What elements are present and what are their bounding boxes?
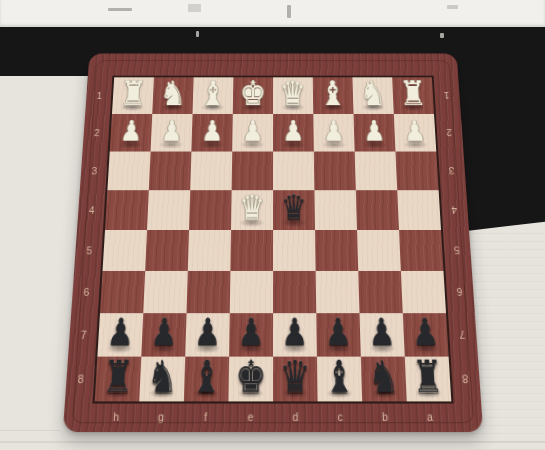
file-label-a: a bbox=[406, 407, 452, 428]
rank-label-6: 6 bbox=[449, 271, 469, 313]
square-f1: ♝ bbox=[192, 77, 233, 114]
square-a8: ♜ bbox=[404, 357, 451, 402]
square-g1: ♞ bbox=[152, 77, 193, 114]
file-label-d: d bbox=[273, 407, 318, 428]
rank-label-4: 4 bbox=[82, 190, 101, 230]
square-c5 bbox=[315, 230, 358, 271]
piece-white-pawn-c2: ♟ bbox=[322, 116, 344, 144]
square-b1: ♞ bbox=[352, 77, 393, 114]
rank-label-3: 3 bbox=[84, 152, 103, 191]
square-e3 bbox=[231, 152, 272, 191]
piece-black-queen-d8: ♛ bbox=[279, 354, 310, 398]
square-g6 bbox=[143, 271, 188, 313]
square-f4 bbox=[189, 190, 232, 230]
rank-label-8: 8 bbox=[454, 357, 475, 402]
square-e5 bbox=[230, 230, 273, 271]
square-f3 bbox=[190, 152, 232, 191]
piece-black-king-e8: ♚ bbox=[235, 354, 266, 398]
piece-black-knight-b8: ♞ bbox=[367, 354, 400, 398]
square-g8: ♞ bbox=[139, 357, 185, 402]
piece-white-rook-a1: ♜ bbox=[398, 76, 426, 110]
square-e2: ♟ bbox=[232, 114, 273, 152]
rank-label-1: 1 bbox=[437, 77, 456, 114]
file-label-c: c bbox=[317, 407, 362, 428]
square-h2: ♟ bbox=[109, 114, 152, 152]
piece-black-pawn-g7: ♟ bbox=[149, 313, 177, 351]
file-labels-bottom: hgfedcba bbox=[93, 407, 453, 428]
square-d5 bbox=[273, 230, 316, 271]
square-b2: ♟ bbox=[353, 114, 395, 152]
square-g3 bbox=[148, 152, 191, 191]
rank-label-4: 4 bbox=[444, 190, 463, 230]
rank-label-1: 1 bbox=[89, 77, 108, 114]
square-e1: ♚ bbox=[232, 77, 272, 114]
piece-black-pawn-e7: ♟ bbox=[237, 313, 264, 351]
chess-board: ♜♞♝♚♛♝♞♜♟♟♟♟♟♟♟♟♛♛♟♟♟♟♟♟♟♟♜♞♝♚♛♝♞♜ 12345… bbox=[0, 0, 545, 450]
square-g4 bbox=[147, 190, 190, 230]
square-c1: ♝ bbox=[312, 77, 353, 114]
piece-white-pawn-b2: ♟ bbox=[362, 116, 385, 144]
piece-black-rook-h8: ♜ bbox=[101, 354, 134, 398]
square-b4 bbox=[355, 190, 398, 230]
square-a2: ♟ bbox=[393, 114, 436, 152]
piece-white-pawn-d2: ♟ bbox=[282, 116, 304, 144]
photo-scene: ♜♞♝♚♛♝♞♜♟♟♟♟♟♟♟♟♛♛♟♟♟♟♟♟♟♟♜♞♝♚♛♝♞♜ 12345… bbox=[0, 0, 545, 450]
piece-black-pawn-d7: ♟ bbox=[281, 313, 308, 351]
piece-white-knight-b1: ♞ bbox=[359, 76, 387, 110]
square-b5 bbox=[357, 230, 401, 271]
piece-white-rook-h1: ♜ bbox=[118, 76, 146, 110]
rank-label-5: 5 bbox=[447, 230, 467, 271]
square-d8: ♛ bbox=[273, 357, 318, 402]
square-d2: ♟ bbox=[273, 114, 314, 152]
square-c2: ♟ bbox=[313, 114, 354, 152]
square-d4: ♛ bbox=[273, 190, 315, 230]
piece-black-bishop-c8: ♝ bbox=[323, 354, 355, 398]
square-a3 bbox=[395, 152, 438, 191]
square-g5 bbox=[145, 230, 189, 271]
piece-white-queen-d1: ♛ bbox=[279, 76, 306, 110]
file-label-b: b bbox=[362, 407, 408, 428]
piece-white-pawn-h2: ♟ bbox=[119, 116, 142, 144]
piece-white-bishop-f1: ♝ bbox=[199, 76, 226, 110]
square-a1: ♜ bbox=[392, 77, 434, 114]
piece-black-pawn-c7: ♟ bbox=[324, 313, 352, 351]
piece-white-pawn-g2: ♟ bbox=[160, 116, 183, 144]
square-b3 bbox=[354, 152, 397, 191]
square-e6 bbox=[229, 271, 272, 313]
rank-label-2: 2 bbox=[87, 114, 106, 152]
rank-label-5: 5 bbox=[79, 230, 99, 271]
piece-black-pawn-f7: ♟ bbox=[193, 313, 221, 351]
rank-label-8: 8 bbox=[70, 357, 91, 402]
piece-white-pawn-a2: ♟ bbox=[403, 116, 426, 144]
square-e4: ♛ bbox=[231, 190, 273, 230]
square-a5 bbox=[399, 230, 443, 271]
file-label-h: h bbox=[93, 407, 139, 428]
square-f6 bbox=[186, 271, 230, 313]
square-g2: ♟ bbox=[150, 114, 192, 152]
square-f2: ♟ bbox=[191, 114, 232, 152]
square-f5 bbox=[187, 230, 230, 271]
piece-black-bishop-f8: ♝ bbox=[190, 354, 222, 398]
square-d6 bbox=[273, 271, 316, 313]
square-a4 bbox=[397, 190, 441, 230]
square-e8: ♚ bbox=[228, 357, 273, 402]
square-h5 bbox=[102, 230, 146, 271]
piece-black-queen-d4: ♛ bbox=[280, 190, 306, 225]
board-frame: ♜♞♝♚♛♝♞♜♟♟♟♟♟♟♟♟♛♛♟♟♟♟♟♟♟♟♜♞♝♚♛♝♞♜ 12345… bbox=[62, 54, 482, 433]
square-c3 bbox=[313, 152, 355, 191]
square-h6 bbox=[99, 271, 144, 313]
square-b6 bbox=[358, 271, 403, 313]
square-c8: ♝ bbox=[316, 357, 361, 402]
square-b8: ♞ bbox=[360, 357, 406, 402]
square-c6 bbox=[315, 271, 359, 313]
piece-black-pawn-a7: ♟ bbox=[411, 313, 440, 351]
rank-label-7: 7 bbox=[452, 313, 472, 356]
piece-black-pawn-h7: ♟ bbox=[106, 313, 135, 351]
rank-label-2: 2 bbox=[439, 114, 458, 152]
file-label-f: f bbox=[183, 407, 228, 428]
board-grid: ♜♞♝♚♛♝♞♜♟♟♟♟♟♟♟♟♛♛♟♟♟♟♟♟♟♟♜♞♝♚♛♝♞♜ bbox=[94, 77, 451, 401]
piece-white-queen-e4: ♛ bbox=[239, 190, 265, 225]
piece-white-king-e1: ♚ bbox=[239, 76, 266, 110]
piece-white-pawn-f2: ♟ bbox=[201, 116, 223, 144]
piece-black-knight-g8: ♞ bbox=[145, 354, 178, 398]
square-h3 bbox=[107, 152, 150, 191]
piece-white-bishop-c1: ♝ bbox=[319, 76, 346, 110]
square-f8: ♝ bbox=[183, 357, 228, 402]
square-a6 bbox=[400, 271, 445, 313]
rank-label-6: 6 bbox=[76, 271, 96, 313]
square-d1: ♛ bbox=[273, 77, 313, 114]
piece-white-knight-g1: ♞ bbox=[159, 76, 187, 110]
square-d3 bbox=[273, 152, 314, 191]
square-c4 bbox=[314, 190, 357, 230]
square-h8: ♜ bbox=[94, 357, 141, 402]
square-h1: ♜ bbox=[111, 77, 153, 114]
rank-label-7: 7 bbox=[73, 313, 93, 356]
piece-white-pawn-e2: ♟ bbox=[241, 116, 263, 144]
piece-black-pawn-b7: ♟ bbox=[367, 313, 395, 351]
rank-label-3: 3 bbox=[442, 152, 461, 191]
square-h4 bbox=[105, 190, 149, 230]
file-label-e: e bbox=[228, 407, 273, 428]
file-label-g: g bbox=[138, 407, 184, 428]
piece-black-rook-a8: ♜ bbox=[411, 354, 444, 398]
